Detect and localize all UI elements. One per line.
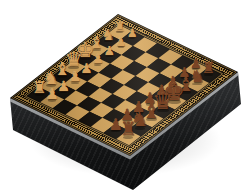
chess-set-scene: ♜♟♞♟♝♟♚♟♛♟♟♜♝♟♟♞♞♟♟♝♜♟♟♚♟♛♟♝♟♞♟♜ bbox=[0, 0, 250, 195]
black-rook-a8[interactable]: ♜ bbox=[115, 120, 141, 139]
white-pawn-a2[interactable]: ♟ bbox=[39, 87, 65, 102]
